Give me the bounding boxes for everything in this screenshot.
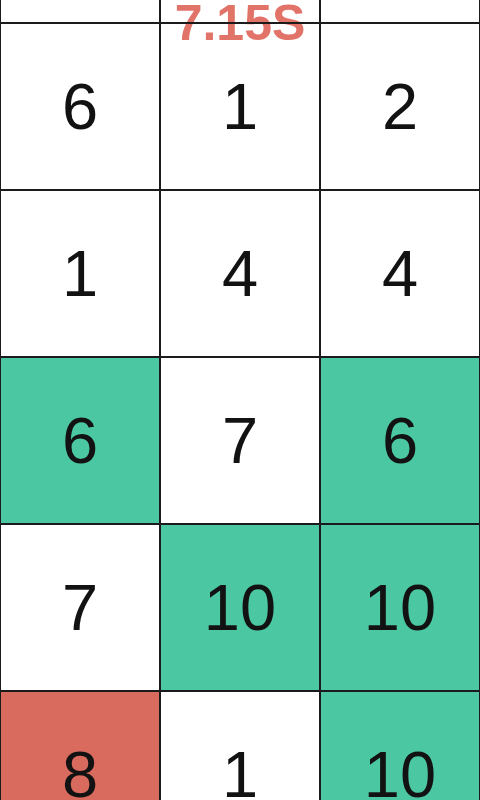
grid-cell[interactable]: 6 [0, 23, 160, 190]
grid-cell[interactable]: 10 [160, 524, 320, 691]
grid-cell[interactable]: 1 [160, 23, 320, 190]
grid-cell[interactable]: 2 [320, 23, 480, 190]
grid-cell[interactable]: 1 [160, 691, 320, 800]
grid-cell[interactable]: 8 [0, 691, 160, 800]
grid-cell[interactable] [0, 0, 160, 23]
grid-cell[interactable]: 7 [0, 524, 160, 691]
grid-cell[interactable]: 6 [0, 357, 160, 524]
grid-cell[interactable]: 4 [160, 190, 320, 357]
grid-cell[interactable] [160, 0, 320, 23]
number-grid: 6 1 2 1 4 4 6 7 6 7 10 10 8 1 10 [0, 0, 480, 800]
grid-cell[interactable]: 1 [0, 190, 160, 357]
grid-cell[interactable] [320, 0, 480, 23]
grid-cell[interactable]: 6 [320, 357, 480, 524]
grid-cell[interactable]: 10 [320, 524, 480, 691]
grid-cell[interactable]: 7 [160, 357, 320, 524]
game-screen: 6 1 2 1 4 4 6 7 6 7 10 10 8 1 10 7.15S [0, 0, 480, 800]
grid-cell[interactable]: 4 [320, 190, 480, 357]
grid-cell[interactable]: 10 [320, 691, 480, 800]
